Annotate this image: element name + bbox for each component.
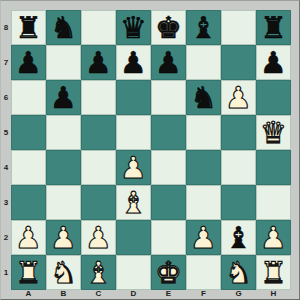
square-e2[interactable] [151,220,186,255]
piece-black-rook[interactable]: ♜ [256,10,291,45]
square-f2[interactable]: ♟ [186,220,221,255]
rank-label-8: 8 [1,10,11,45]
rank-label-1: 1 [1,255,11,290]
piece-white-queen[interactable]: ♛ [256,115,291,150]
square-e7[interactable]: ♟ [151,45,186,80]
piece-white-pawn[interactable]: ♟ [11,220,46,255]
piece-white-bishop[interactable]: ♝ [116,185,151,220]
rank-label-5: 5 [1,115,11,150]
square-c6[interactable] [81,80,116,115]
square-a5[interactable] [11,115,46,150]
piece-black-pawn[interactable]: ♟ [256,45,291,80]
square-f5[interactable] [186,115,221,150]
square-g5[interactable] [221,115,256,150]
piece-white-bishop[interactable]: ♝ [81,255,116,290]
square-d4[interactable]: ♟ [116,150,151,185]
rank-label-7: 7 [1,45,11,80]
square-a1[interactable]: ♜ [11,255,46,290]
square-h8[interactable]: ♜ [256,10,291,45]
piece-white-pawn[interactable]: ♟ [116,150,151,185]
piece-black-king[interactable]: ♚ [151,10,186,45]
file-label-e: E [151,288,186,299]
piece-black-knight[interactable]: ♞ [46,10,81,45]
square-f8[interactable]: ♝ [186,10,221,45]
rank-label-2: 2 [1,220,11,255]
piece-black-bishop[interactable]: ♝ [221,220,256,255]
rank-label-4: 4 [1,150,11,185]
piece-black-pawn[interactable]: ♟ [116,45,151,80]
square-c8[interactable] [81,10,116,45]
square-b8[interactable]: ♞ [46,10,81,45]
square-d5[interactable] [116,115,151,150]
file-label-f: F [186,288,221,299]
piece-black-knight[interactable]: ♞ [186,80,221,115]
square-e4[interactable] [151,150,186,185]
square-b2[interactable]: ♟ [46,220,81,255]
piece-white-pawn[interactable]: ♟ [46,220,81,255]
square-a7[interactable]: ♟ [11,45,46,80]
square-d7[interactable]: ♟ [116,45,151,80]
square-b5[interactable] [46,115,81,150]
square-e1[interactable]: ♚ [151,255,186,290]
square-d2[interactable] [116,220,151,255]
file-label-a: A [11,288,46,299]
piece-black-pawn[interactable]: ♟ [151,45,186,80]
square-b7[interactable] [46,45,81,80]
piece-white-rook[interactable]: ♜ [256,255,291,290]
square-b3[interactable] [46,185,81,220]
square-h2[interactable]: ♟ [256,220,291,255]
square-g8[interactable] [221,10,256,45]
piece-black-pawn[interactable]: ♟ [81,45,116,80]
square-g2[interactable]: ♝ [221,220,256,255]
square-f3[interactable] [186,185,221,220]
piece-black-bishop[interactable]: ♝ [186,10,221,45]
square-c4[interactable] [81,150,116,185]
chessboard: ♜♞♛♚♝♜♟♟♟♟♟♟♞♟♛♟♝♟♟♟♟♝♟♜♞♝♚♞♜ [11,10,291,290]
square-f1[interactable] [186,255,221,290]
square-h4[interactable] [256,150,291,185]
square-f4[interactable] [186,150,221,185]
square-b4[interactable] [46,150,81,185]
square-c3[interactable] [81,185,116,220]
piece-black-rook[interactable]: ♜ [11,10,46,45]
square-e6[interactable] [151,80,186,115]
piece-white-knight[interactable]: ♞ [221,255,256,290]
square-e8[interactable]: ♚ [151,10,186,45]
file-label-h: H [256,288,291,299]
square-h5[interactable]: ♛ [256,115,291,150]
file-label-d: D [116,288,151,299]
piece-black-queen[interactable]: ♛ [116,10,151,45]
piece-black-pawn[interactable]: ♟ [46,80,81,115]
square-h7[interactable]: ♟ [256,45,291,80]
square-d6[interactable] [116,80,151,115]
file-label-c: C [81,288,116,299]
square-c2[interactable]: ♟ [81,220,116,255]
square-c5[interactable] [81,115,116,150]
piece-white-pawn[interactable]: ♟ [81,220,116,255]
piece-white-pawn[interactable]: ♟ [221,80,256,115]
square-a2[interactable]: ♟ [11,220,46,255]
square-b6[interactable]: ♟ [46,80,81,115]
square-b1[interactable]: ♞ [46,255,81,290]
square-d1[interactable] [116,255,151,290]
rank-label-6: 6 [1,80,11,115]
square-g6[interactable]: ♟ [221,80,256,115]
piece-white-knight[interactable]: ♞ [46,255,81,290]
square-h3[interactable] [256,185,291,220]
square-e5[interactable] [151,115,186,150]
piece-black-pawn[interactable]: ♟ [11,45,46,80]
file-label-b: B [46,288,81,299]
square-g4[interactable] [221,150,256,185]
square-g7[interactable] [221,45,256,80]
file-label-g: G [221,288,256,299]
chessboard-frame: ♜♞♛♚♝♜♟♟♟♟♟♟♞♟♛♟♝♟♟♟♟♝♟♜♞♝♚♞♜ 87654321 A… [0,0,300,300]
rank-label-3: 3 [1,185,11,220]
square-e3[interactable] [151,185,186,220]
square-h1[interactable]: ♜ [256,255,291,290]
square-a8[interactable]: ♜ [11,10,46,45]
piece-white-pawn[interactable]: ♟ [186,220,221,255]
square-f7[interactable] [186,45,221,80]
square-a6[interactable] [11,80,46,115]
square-g3[interactable] [221,185,256,220]
square-a4[interactable] [11,150,46,185]
piece-white-king[interactable]: ♚ [151,255,186,290]
piece-white-rook[interactable]: ♜ [11,255,46,290]
square-h6[interactable] [256,80,291,115]
square-f6[interactable]: ♞ [186,80,221,115]
square-d3[interactable]: ♝ [116,185,151,220]
square-g1[interactable]: ♞ [221,255,256,290]
piece-white-pawn[interactable]: ♟ [256,220,291,255]
square-d8[interactable]: ♛ [116,10,151,45]
square-a3[interactable] [11,185,46,220]
square-c7[interactable]: ♟ [81,45,116,80]
square-c1[interactable]: ♝ [81,255,116,290]
